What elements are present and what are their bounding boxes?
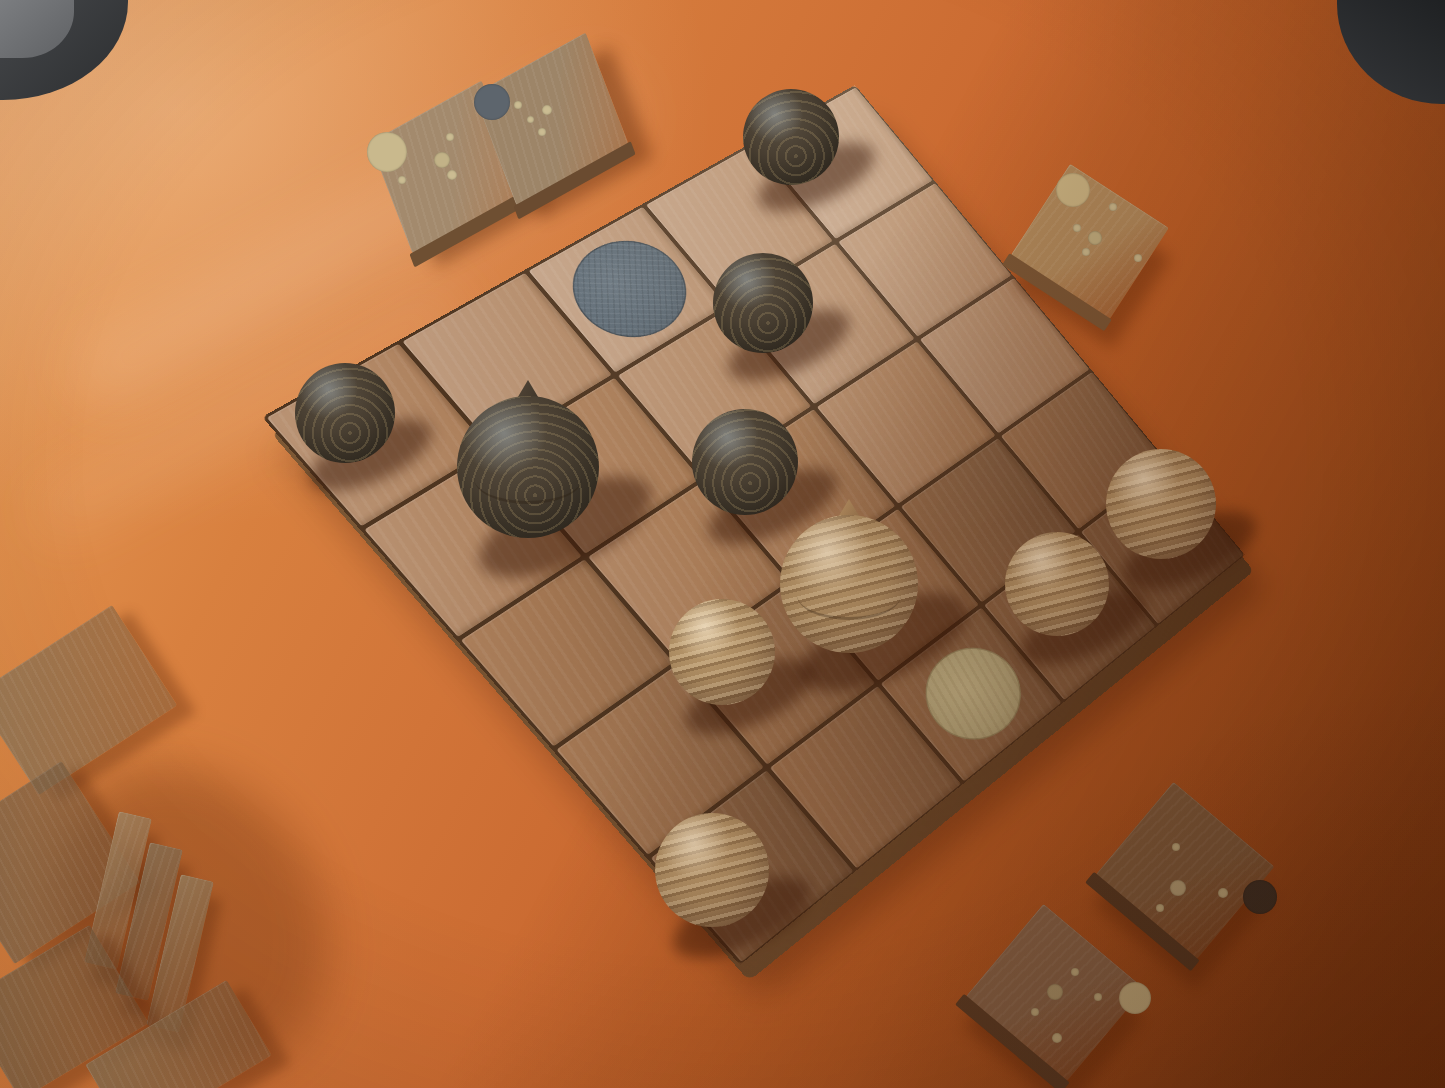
inlay-dot: [1243, 880, 1277, 914]
inlay-dot: [434, 152, 450, 168]
inlay-dot: [1156, 904, 1164, 912]
inlay-dot: [1170, 880, 1186, 896]
inlay-dot: [447, 170, 457, 180]
inlay-dot: [514, 101, 522, 109]
inlay-dot: [1218, 888, 1228, 898]
inlay-dot: [1119, 982, 1151, 1014]
inlay-dot: [527, 116, 534, 123]
inlay-dot: [1109, 203, 1117, 211]
inlay-dot: [1031, 1008, 1039, 1016]
inlay-dot: [542, 105, 552, 115]
inlay-dots-layer: [0, 0, 1445, 1088]
inlay-dot: [446, 133, 454, 141]
inlay-dot: [1052, 1033, 1062, 1043]
inlay-dot: [398, 176, 406, 184]
inlay-dot: [1172, 843, 1180, 851]
inlay-dot: [474, 84, 510, 120]
inlay-dot: [1082, 248, 1090, 256]
inlay-dot: [1071, 968, 1079, 976]
inlay-dot: [1056, 173, 1090, 207]
chair-silhouette: [0, 0, 74, 58]
inlay-dot: [538, 128, 546, 136]
inlay-dot: [1094, 993, 1102, 1001]
inlay-dot: [1073, 224, 1081, 232]
inlay-dot: [367, 132, 407, 172]
table-scene: [0, 0, 1445, 1088]
inlay-dot: [1134, 254, 1142, 262]
inlay-dot: [1088, 231, 1102, 245]
inlay-dot: [1047, 984, 1063, 1000]
